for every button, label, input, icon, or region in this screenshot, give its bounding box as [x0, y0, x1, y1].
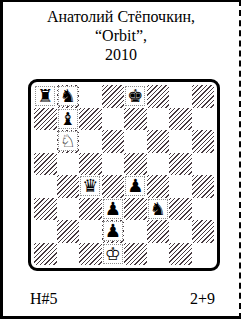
square-f3[interactable]: ♞	[147, 198, 170, 221]
year-line: 2010	[3, 45, 239, 64]
square-a4[interactable]	[34, 175, 57, 198]
square-e6[interactable]	[124, 130, 147, 153]
black-queen-piece: ♛	[80, 176, 100, 196]
square-b8[interactable]: ♞	[57, 85, 80, 108]
square-f5[interactable]	[147, 153, 170, 176]
square-b3[interactable]	[57, 198, 80, 221]
chess-board: ♜♞♚♝♘♛♟♟♞♟♔	[34, 85, 214, 265]
square-f2[interactable]	[147, 220, 170, 243]
square-c5[interactable]	[79, 153, 102, 176]
black-pawn-piece: ♟	[125, 176, 145, 196]
square-b5[interactable]	[57, 153, 80, 176]
square-c4[interactable]: ♛	[79, 175, 102, 198]
square-h3[interactable]	[192, 198, 215, 221]
square-g6[interactable]	[169, 130, 192, 153]
stipulation-label: H#5	[30, 290, 58, 308]
square-h4[interactable]	[192, 175, 215, 198]
square-a8[interactable]: ♜	[34, 85, 57, 108]
square-c7[interactable]	[79, 108, 102, 131]
black-rook-piece: ♜	[35, 86, 55, 106]
square-e1[interactable]	[124, 243, 147, 266]
chess-board-frame: ♜♞♚♝♘♛♟♟♞♟♔	[28, 79, 220, 271]
square-h1[interactable]	[192, 243, 215, 266]
source-line: “Orbit”,	[3, 26, 239, 45]
black-king-piece: ♚	[125, 86, 145, 106]
square-d6[interactable]	[102, 130, 125, 153]
white-king-piece: ♔	[103, 244, 123, 264]
square-h5[interactable]	[192, 153, 215, 176]
author-line: Анатолий Стёпочкин,	[3, 7, 239, 26]
square-g5[interactable]	[169, 153, 192, 176]
black-knight-piece: ♞	[148, 199, 168, 219]
square-e8[interactable]: ♚	[124, 85, 147, 108]
square-d5[interactable]	[102, 153, 125, 176]
black-pawn-piece: ♟	[103, 221, 123, 241]
square-f1[interactable]	[147, 243, 170, 266]
square-d2[interactable]: ♟	[102, 220, 125, 243]
square-f6[interactable]	[147, 130, 170, 153]
square-g2[interactable]	[169, 220, 192, 243]
square-a5[interactable]	[34, 153, 57, 176]
square-b7[interactable]: ♝	[57, 108, 80, 131]
square-d8[interactable]	[102, 85, 125, 108]
square-b4[interactable]	[57, 175, 80, 198]
square-d7[interactable]	[102, 108, 125, 131]
square-g1[interactable]	[169, 243, 192, 266]
square-e7[interactable]	[124, 108, 147, 131]
square-a6[interactable]	[34, 130, 57, 153]
square-g7[interactable]	[169, 108, 192, 131]
square-a3[interactable]	[34, 198, 57, 221]
square-h2[interactable]	[192, 220, 215, 243]
square-h8[interactable]	[192, 85, 215, 108]
square-b2[interactable]	[57, 220, 80, 243]
square-f8[interactable]	[147, 85, 170, 108]
square-a1[interactable]	[34, 243, 57, 266]
black-bishop-piece: ♝	[58, 109, 78, 129]
square-b1[interactable]	[57, 243, 80, 266]
square-c3[interactable]	[79, 198, 102, 221]
square-g3[interactable]	[169, 198, 192, 221]
square-e4[interactable]: ♟	[124, 175, 147, 198]
square-d1[interactable]: ♔	[102, 243, 125, 266]
square-a7[interactable]	[34, 108, 57, 131]
problem-card: Анатолий Стёпочкин, “Orbit”, 2010 ♜♞♚♝♘♛…	[0, 0, 241, 319]
material-count-label: 2+9	[190, 290, 215, 308]
square-c6[interactable]	[79, 130, 102, 153]
square-c2[interactable]	[79, 220, 102, 243]
black-pawn-piece: ♟	[103, 199, 123, 219]
problem-header: Анатолий Стёпочкин, “Orbit”, 2010	[3, 7, 239, 64]
square-g4[interactable]	[169, 175, 192, 198]
square-a2[interactable]	[34, 220, 57, 243]
square-h6[interactable]	[192, 130, 215, 153]
white-knight-piece: ♘	[58, 131, 78, 151]
square-f4[interactable]	[147, 175, 170, 198]
square-d3[interactable]: ♟	[102, 198, 125, 221]
square-f7[interactable]	[147, 108, 170, 131]
square-c8[interactable]	[79, 85, 102, 108]
square-c1[interactable]	[79, 243, 102, 266]
black-knight-piece: ♞	[58, 86, 78, 106]
square-g8[interactable]	[169, 85, 192, 108]
square-e3[interactable]	[124, 198, 147, 221]
square-d4[interactable]	[102, 175, 125, 198]
square-e5[interactable]	[124, 153, 147, 176]
caption-row: H#5 2+9	[30, 290, 215, 308]
square-e2[interactable]	[124, 220, 147, 243]
square-h7[interactable]	[192, 108, 215, 131]
square-b6[interactable]: ♘	[57, 130, 80, 153]
